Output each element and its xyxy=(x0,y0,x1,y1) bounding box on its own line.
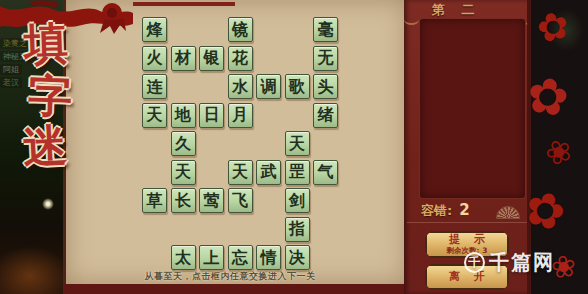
tile-r3c1[interactable]: 连 xyxy=(142,74,167,99)
title-char-1: 填 xyxy=(23,21,69,67)
tile-r9c4[interactable]: 忘 xyxy=(228,245,253,270)
tile-r4c7[interactable]: 绪 xyxy=(313,103,338,128)
error-tolerance: 容错: 2 xyxy=(421,201,470,220)
tile-r3c4[interactable]: 水 xyxy=(228,74,253,99)
tile-r3c7[interactable]: 头 xyxy=(313,74,338,99)
peony-flower-icon: ✿ xyxy=(523,69,573,126)
tile-r6c6[interactable]: 罡 xyxy=(285,160,310,185)
tile-r2c4[interactable]: 花 xyxy=(228,46,253,71)
instruction-text: 从暮至天，点击框内任意交换进入下一关 xyxy=(70,270,390,283)
tile-r7c4[interactable]: 飞 xyxy=(228,188,253,213)
tile-r2c1[interactable]: 火 xyxy=(142,46,167,71)
tile-r2c7[interactable]: 无 xyxy=(313,46,338,71)
tile-r7c1[interactable]: 草 xyxy=(142,188,167,213)
tolerance-label: 容错: xyxy=(421,202,452,220)
tile-r4c1[interactable]: 天 xyxy=(142,103,167,128)
hint-button-label: 提 示 xyxy=(444,234,490,246)
watermark-text: 千篇网 xyxy=(489,249,555,276)
tile-r9c2[interactable]: 太 xyxy=(171,245,196,270)
tile-r5c6[interactable]: 天 xyxy=(285,131,310,156)
game-screen: 染黄之神秘刀阿姐老汉 烽镜毫火材银花无连水调歌头天地日月绪久天天天武罡气草长莺飞… xyxy=(0,0,588,294)
tile-r4c2[interactable]: 地 xyxy=(171,103,196,128)
tile-r6c2[interactable]: 天 xyxy=(171,160,196,185)
tile-r7c6[interactable]: 剑 xyxy=(285,188,310,213)
watermark-logo-icon: 千 xyxy=(464,252,485,273)
tolerance-value: 2 xyxy=(459,201,469,219)
tile-r3c5[interactable]: 调 xyxy=(256,74,281,99)
scene-text-line: 老汉 xyxy=(0,77,22,88)
puzzle-board: 烽镜毫火材银花无连水调歌头天地日月绪久天天天武罡气草长莺飞剑指太上忘情决 xyxy=(142,17,338,270)
tile-r8c6[interactable]: 指 xyxy=(285,217,310,242)
fire-glow xyxy=(0,246,70,294)
divider-line xyxy=(407,222,527,223)
tile-r7c3[interactable]: 莺 xyxy=(199,188,224,213)
tile-r4c3[interactable]: 日 xyxy=(199,103,224,128)
bottom-border xyxy=(63,284,404,294)
tile-r2c3[interactable]: 银 xyxy=(199,46,224,71)
progress-panel xyxy=(419,18,526,199)
fan-icon xyxy=(496,206,520,219)
tile-r1c7[interactable]: 毫 xyxy=(313,17,338,42)
title-char-2: 字 xyxy=(27,73,73,119)
tile-r2c2[interactable]: 材 xyxy=(171,46,196,71)
tile-r5c2[interactable]: 久 xyxy=(171,131,196,156)
tile-r9c3[interactable]: 上 xyxy=(199,245,224,270)
tile-r4c4[interactable]: 月 xyxy=(228,103,253,128)
watermark: 千 千篇网 xyxy=(464,249,555,276)
tile-r9c5[interactable]: 情 xyxy=(256,245,281,270)
scene-text-line: 阿姐 xyxy=(0,64,22,75)
cloud-scroll-icon xyxy=(404,14,419,25)
tile-r6c7[interactable]: 气 xyxy=(313,160,338,185)
tile-r6c4[interactable]: 天 xyxy=(228,160,253,185)
title-char-3: 迷 xyxy=(22,123,68,169)
tile-r7c2[interactable]: 长 xyxy=(171,188,196,213)
tile-r9c6[interactable]: 决 xyxy=(285,245,310,270)
tile-r3c6[interactable]: 歌 xyxy=(285,74,310,99)
peony-flower-icon: ❀ xyxy=(540,132,578,172)
peony-flower-icon: ✿ xyxy=(533,5,573,50)
sparkle xyxy=(42,198,54,210)
tile-r6c5[interactable]: 武 xyxy=(256,160,281,185)
